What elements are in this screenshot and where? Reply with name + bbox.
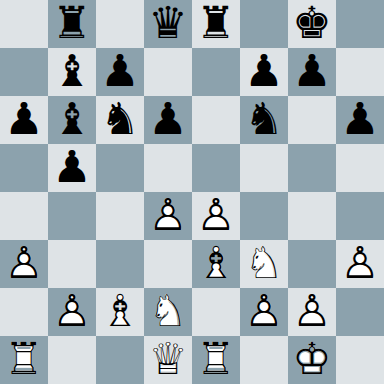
square-c3[interactable] — [96, 240, 144, 288]
square-h7[interactable] — [336, 48, 384, 96]
piece-white-bishop[interactable]: ♝♗ — [96, 288, 144, 336]
square-e1[interactable]: ♜♖ — [192, 336, 240, 384]
black-piece-glyph: ♝ — [48, 96, 96, 144]
square-c8[interactable] — [96, 0, 144, 48]
black-piece-glyph: ♟ — [96, 48, 144, 96]
square-c2[interactable]: ♝♗ — [96, 288, 144, 336]
black-piece-glyph: ♟ — [240, 48, 288, 96]
black-piece-glyph: ♜ — [48, 0, 96, 48]
square-g7[interactable]: ♟ — [288, 48, 336, 96]
piece-white-pawn[interactable]: ♟♙ — [192, 192, 240, 240]
piece-white-bishop[interactable]: ♝♗ — [192, 240, 240, 288]
square-a2[interactable] — [0, 288, 48, 336]
black-piece-glyph: ♟ — [48, 144, 96, 192]
square-d3[interactable] — [144, 240, 192, 288]
piece-black-king[interactable]: ♚ — [288, 0, 336, 48]
square-a7[interactable] — [0, 48, 48, 96]
black-piece-glyph: ♛ — [144, 0, 192, 48]
square-a4[interactable] — [0, 192, 48, 240]
piece-black-knight[interactable]: ♞ — [96, 96, 144, 144]
piece-white-pawn[interactable]: ♟♙ — [240, 288, 288, 336]
square-f3[interactable]: ♞♘ — [240, 240, 288, 288]
square-c4[interactable] — [96, 192, 144, 240]
black-piece-glyph: ♚ — [288, 0, 336, 48]
square-a1[interactable]: ♜♖ — [0, 336, 48, 384]
white-piece-outline: ♙ — [192, 192, 240, 240]
square-e6[interactable] — [192, 96, 240, 144]
black-piece-glyph: ♞ — [240, 96, 288, 144]
black-piece-glyph: ♟ — [0, 96, 48, 144]
piece-black-rook[interactable]: ♜ — [192, 0, 240, 48]
piece-white-knight[interactable]: ♞♘ — [240, 240, 288, 288]
chess-board: ♜♛♜♚♝♟♟♟♟♝♞♟♞♟♟♟♙♟♙♟♙♝♗♞♘♟♙♟♙♝♗♞♘♟♙♟♙♜♖♛… — [0, 0, 384, 384]
square-h2[interactable] — [336, 288, 384, 336]
square-f5[interactable] — [240, 144, 288, 192]
black-piece-glyph: ♞ — [96, 96, 144, 144]
black-piece-glyph: ♜ — [192, 0, 240, 48]
piece-white-pawn[interactable]: ♟♙ — [48, 288, 96, 336]
piece-white-queen[interactable]: ♛♕ — [144, 336, 192, 384]
square-a8[interactable] — [0, 0, 48, 48]
square-a5[interactable] — [0, 144, 48, 192]
square-b4[interactable] — [48, 192, 96, 240]
square-b1[interactable] — [48, 336, 96, 384]
square-h4[interactable] — [336, 192, 384, 240]
piece-white-knight[interactable]: ♞♘ — [144, 288, 192, 336]
square-a6[interactable]: ♟ — [0, 96, 48, 144]
white-piece-outline: ♙ — [144, 192, 192, 240]
piece-white-pawn[interactable]: ♟♙ — [144, 192, 192, 240]
white-piece-outline: ♗ — [96, 288, 144, 336]
piece-black-pawn[interactable]: ♟ — [288, 48, 336, 96]
piece-white-pawn[interactable]: ♟♙ — [336, 240, 384, 288]
square-g3[interactable] — [288, 240, 336, 288]
square-d4[interactable]: ♟♙ — [144, 192, 192, 240]
black-piece-glyph: ♝ — [48, 48, 96, 96]
piece-white-rook[interactable]: ♜♖ — [0, 336, 48, 384]
square-h3[interactable]: ♟♙ — [336, 240, 384, 288]
square-c1[interactable] — [96, 336, 144, 384]
square-g5[interactable] — [288, 144, 336, 192]
square-d7[interactable] — [144, 48, 192, 96]
piece-black-pawn[interactable]: ♟ — [48, 144, 96, 192]
square-e3[interactable]: ♝♗ — [192, 240, 240, 288]
square-f8[interactable] — [240, 0, 288, 48]
white-piece-outline: ♕ — [144, 336, 192, 384]
square-a3[interactable]: ♟♙ — [0, 240, 48, 288]
square-g2[interactable]: ♟♙ — [288, 288, 336, 336]
piece-black-rook[interactable]: ♜ — [48, 0, 96, 48]
square-g8[interactable]: ♚ — [288, 0, 336, 48]
piece-black-knight[interactable]: ♞ — [240, 96, 288, 144]
white-piece-outline: ♘ — [240, 240, 288, 288]
square-d2[interactable]: ♞♘ — [144, 288, 192, 336]
piece-black-pawn[interactable]: ♟ — [96, 48, 144, 96]
piece-white-rook[interactable]: ♜♖ — [192, 336, 240, 384]
square-e5[interactable] — [192, 144, 240, 192]
square-d6[interactable]: ♟ — [144, 96, 192, 144]
black-piece-glyph: ♟ — [288, 48, 336, 96]
piece-white-king[interactable]: ♚♔ — [288, 336, 336, 384]
piece-black-pawn[interactable]: ♟ — [240, 48, 288, 96]
square-f1[interactable] — [240, 336, 288, 384]
white-piece-outline: ♙ — [0, 240, 48, 288]
square-d8[interactable]: ♛ — [144, 0, 192, 48]
square-d1[interactable]: ♛♕ — [144, 336, 192, 384]
piece-white-pawn[interactable]: ♟♙ — [0, 240, 48, 288]
white-piece-outline: ♖ — [192, 336, 240, 384]
white-piece-outline: ♖ — [0, 336, 48, 384]
square-f2[interactable]: ♟♙ — [240, 288, 288, 336]
square-e2[interactable] — [192, 288, 240, 336]
black-piece-glyph: ♟ — [144, 96, 192, 144]
piece-black-pawn[interactable]: ♟ — [144, 96, 192, 144]
white-piece-outline: ♘ — [144, 288, 192, 336]
square-f7[interactable]: ♟ — [240, 48, 288, 96]
white-piece-outline: ♙ — [48, 288, 96, 336]
square-h8[interactable] — [336, 0, 384, 48]
square-e7[interactable] — [192, 48, 240, 96]
square-c7[interactable]: ♟ — [96, 48, 144, 96]
piece-black-queen[interactable]: ♛ — [144, 0, 192, 48]
square-f4[interactable] — [240, 192, 288, 240]
white-piece-outline: ♙ — [240, 288, 288, 336]
black-piece-glyph: ♟ — [336, 96, 384, 144]
piece-black-pawn[interactable]: ♟ — [0, 96, 48, 144]
white-piece-outline: ♔ — [288, 336, 336, 384]
piece-white-pawn[interactable]: ♟♙ — [288, 288, 336, 336]
square-g1[interactable]: ♚♔ — [288, 336, 336, 384]
square-g4[interactable] — [288, 192, 336, 240]
square-b3[interactable] — [48, 240, 96, 288]
square-b8[interactable]: ♜ — [48, 0, 96, 48]
square-c6[interactable]: ♞ — [96, 96, 144, 144]
piece-black-bishop[interactable]: ♝ — [48, 48, 96, 96]
white-piece-outline: ♙ — [288, 288, 336, 336]
piece-black-bishop[interactable]: ♝ — [48, 96, 96, 144]
square-h6[interactable]: ♟ — [336, 96, 384, 144]
square-d5[interactable] — [144, 144, 192, 192]
white-piece-outline: ♙ — [336, 240, 384, 288]
white-piece-outline: ♗ — [192, 240, 240, 288]
square-e8[interactable]: ♜ — [192, 0, 240, 48]
square-h5[interactable] — [336, 144, 384, 192]
square-g6[interactable] — [288, 96, 336, 144]
square-b6[interactable]: ♝ — [48, 96, 96, 144]
square-b7[interactable]: ♝ — [48, 48, 96, 96]
square-c5[interactable] — [96, 144, 144, 192]
square-f6[interactable]: ♞ — [240, 96, 288, 144]
square-h1[interactable] — [336, 336, 384, 384]
square-b2[interactable]: ♟♙ — [48, 288, 96, 336]
square-e4[interactable]: ♟♙ — [192, 192, 240, 240]
piece-black-pawn[interactable]: ♟ — [336, 96, 384, 144]
square-b5[interactable]: ♟ — [48, 144, 96, 192]
